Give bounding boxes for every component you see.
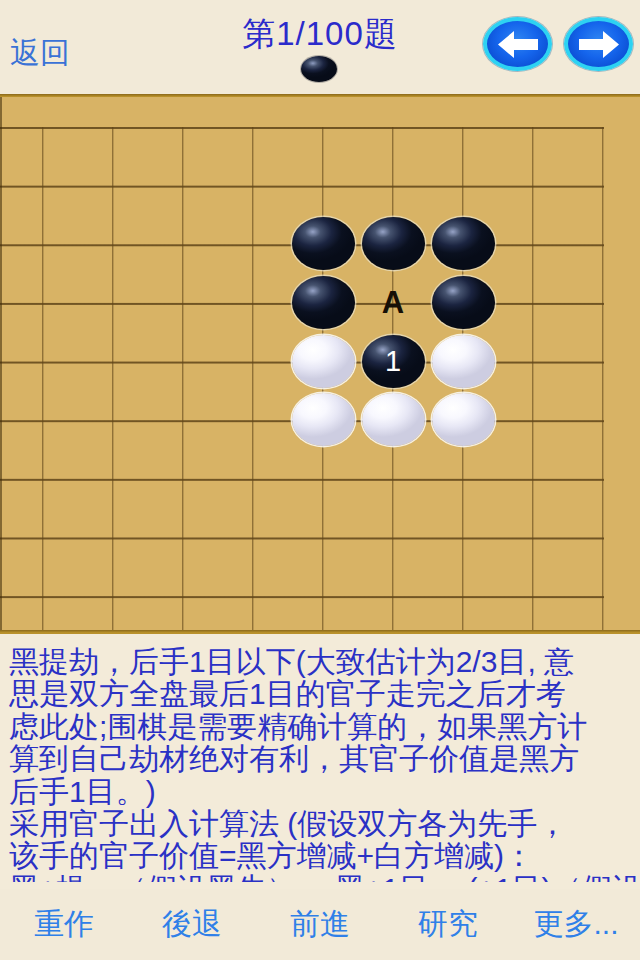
white-stone [358, 391, 428, 450]
black-stone [288, 273, 358, 332]
explanation-text: 黑提劫，后手1目以下(大致估计为2/3目, 意 思是双方全盘最后1目的官子走完之… [0, 634, 640, 882]
black-stone-glyph [432, 217, 495, 270]
black-stone [428, 215, 498, 274]
go-board[interactable]: 1A [0, 97, 640, 630]
white-stone [288, 391, 358, 450]
explanation-line-clipped: 黑+提，（假设黑先）， 黑+1目， (+1目)（假设白先 [0, 873, 640, 882]
left-arrow-icon [498, 31, 538, 58]
explanation-line: 思是双方全盘最后1目的官子走完之后才考 [0, 678, 640, 710]
redo-button[interactable]: 重作 [0, 904, 128, 945]
explanation-line: 采用官子出入计算法 (假设双方各为先手， [0, 808, 640, 840]
board-left-edge [0, 97, 2, 630]
black-stone-glyph [432, 276, 495, 329]
forward-button[interactable]: 前進 [256, 904, 384, 945]
more-button[interactable]: 更多... [512, 904, 640, 945]
explanation-line: 算到自己劫材绝对有利，其官子价值是黑方 [0, 743, 640, 775]
point-label-A: A [358, 273, 428, 332]
black-stone-glyph [292, 276, 355, 329]
explanation-line: 黑提劫，后手1目以下(大致估计为2/3目, 意 [0, 646, 640, 678]
toolbar: 重作 後退 前進 研究 更多... [0, 889, 640, 960]
explanation-line: 后手1目。) [0, 776, 640, 808]
prev-problem-button[interactable] [483, 17, 552, 71]
explanation-line: 虑此处;围棋是需要精确计算的，如果黑方计 [0, 711, 640, 743]
white-stone-glyph [292, 393, 355, 446]
right-arrow-icon [579, 31, 619, 58]
app-screen: 返回 第1/100題 1A 黑提劫，后手1目以下(大致估计为2/3目, 意 思是… [0, 0, 640, 960]
next-problem-button[interactable] [564, 17, 633, 71]
board-divider [0, 630, 640, 634]
stones-layer: 1A [8, 97, 638, 625]
black-stone-glyph: 1 [362, 335, 425, 388]
white-stone-glyph [362, 393, 425, 446]
move-number: 1 [385, 347, 401, 376]
white-stone [428, 391, 498, 450]
white-stone [428, 332, 498, 391]
white-stone-glyph [432, 393, 495, 446]
undo-button[interactable]: 後退 [128, 904, 256, 945]
black-stone [288, 215, 358, 274]
study-button[interactable]: 研究 [384, 904, 512, 945]
black-turn-stone-icon [301, 56, 337, 82]
white-stone-glyph [292, 335, 355, 388]
black-stone: 1 [358, 332, 428, 391]
white-stone-glyph [432, 335, 495, 388]
black-stone-glyph [292, 217, 355, 270]
black-stone-glyph [362, 217, 425, 270]
black-stone [358, 215, 428, 274]
black-stone [428, 273, 498, 332]
explanation-line: 该手的官子价值=黑方增减+白方增减)： [0, 840, 640, 872]
header-bar: 返回 第1/100題 [0, 0, 640, 94]
white-stone [288, 332, 358, 391]
